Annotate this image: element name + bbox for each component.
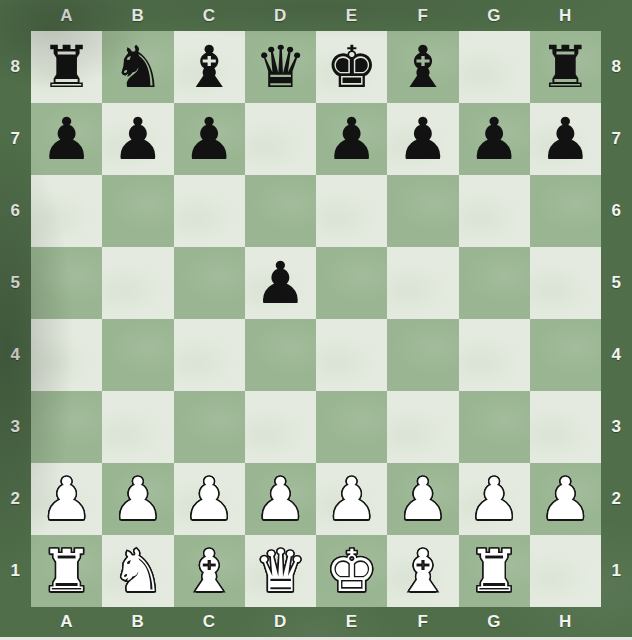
square-g4[interactable]	[459, 319, 530, 391]
file-label-h: H	[530, 607, 601, 637]
black-rook[interactable]: ♜	[530, 31, 601, 103]
rank-labels-left: 87654321	[0, 31, 31, 607]
square-e8[interactable]: ♚	[316, 31, 387, 103]
white-knight[interactable]: ♞	[102, 535, 173, 607]
square-e4[interactable]	[316, 319, 387, 391]
file-label-g: G	[459, 0, 530, 31]
file-label-a: A	[31, 0, 102, 31]
white-rook[interactable]: ♜	[31, 535, 102, 607]
rank-label-3: 3	[601, 391, 632, 463]
rank-label-4: 4	[0, 319, 31, 391]
black-pawn[interactable]: ♟	[102, 103, 173, 175]
white-pawn[interactable]: ♟	[174, 463, 245, 535]
square-d1[interactable]: ♛	[245, 535, 316, 607]
black-pawn[interactable]: ♟	[459, 103, 530, 175]
black-knight[interactable]: ♞	[102, 31, 173, 103]
black-pawn[interactable]: ♟	[316, 103, 387, 175]
square-b6[interactable]	[102, 175, 173, 247]
black-queen[interactable]: ♛	[245, 31, 316, 103]
square-d5[interactable]: ♟	[245, 247, 316, 319]
square-b2[interactable]: ♟	[102, 463, 173, 535]
square-f5[interactable]	[387, 247, 458, 319]
file-label-g: G	[459, 607, 530, 637]
square-h8[interactable]: ♜	[530, 31, 601, 103]
square-b7[interactable]: ♟	[102, 103, 173, 175]
square-g1[interactable]: ♜	[459, 535, 530, 607]
black-rook[interactable]: ♜	[31, 31, 102, 103]
square-h3[interactable]	[530, 391, 601, 463]
square-d7[interactable]	[245, 103, 316, 175]
white-pawn[interactable]: ♟	[316, 463, 387, 535]
square-f2[interactable]: ♟	[387, 463, 458, 535]
square-a5[interactable]	[31, 247, 102, 319]
square-d4[interactable]	[245, 319, 316, 391]
rank-label-7: 7	[601, 103, 632, 175]
square-g8[interactable]	[459, 31, 530, 103]
square-g5[interactable]	[459, 247, 530, 319]
square-a2[interactable]: ♟	[31, 463, 102, 535]
file-label-e: E	[316, 0, 387, 31]
file-label-d: D	[245, 0, 316, 31]
square-a1[interactable]: ♜	[31, 535, 102, 607]
rank-label-6: 6	[0, 175, 31, 247]
rank-label-5: 5	[601, 247, 632, 319]
square-f8[interactable]: ♝	[387, 31, 458, 103]
rank-label-7: 7	[0, 103, 31, 175]
chess-board-frame: ABCDEFGH ABCDEFGH 87654321 87654321 ♜♞♝♛…	[0, 0, 632, 640]
square-c4[interactable]	[174, 319, 245, 391]
square-d2[interactable]: ♟	[245, 463, 316, 535]
rank-label-1: 1	[601, 535, 632, 607]
square-c1[interactable]: ♝	[174, 535, 245, 607]
rank-label-3: 3	[0, 391, 31, 463]
square-f4[interactable]	[387, 319, 458, 391]
file-labels-top: ABCDEFGH	[31, 0, 601, 31]
square-d6[interactable]	[245, 175, 316, 247]
white-queen[interactable]: ♛	[245, 535, 316, 607]
square-e5[interactable]	[316, 247, 387, 319]
square-h2[interactable]: ♟	[530, 463, 601, 535]
square-g7[interactable]: ♟	[459, 103, 530, 175]
square-a6[interactable]	[31, 175, 102, 247]
square-g3[interactable]	[459, 391, 530, 463]
square-b1[interactable]: ♞	[102, 535, 173, 607]
square-e7[interactable]: ♟	[316, 103, 387, 175]
file-label-h: H	[530, 0, 601, 31]
square-g6[interactable]	[459, 175, 530, 247]
file-label-f: F	[387, 607, 458, 637]
file-label-c: C	[174, 0, 245, 31]
white-pawn[interactable]: ♟	[530, 463, 601, 535]
white-pawn[interactable]: ♟	[31, 463, 102, 535]
file-label-f: F	[387, 0, 458, 31]
black-pawn[interactable]: ♟	[174, 103, 245, 175]
file-label-e: E	[316, 607, 387, 637]
black-pawn[interactable]: ♟	[387, 103, 458, 175]
square-c5[interactable]	[174, 247, 245, 319]
square-e3[interactable]	[316, 391, 387, 463]
square-e2[interactable]: ♟	[316, 463, 387, 535]
square-a4[interactable]	[31, 319, 102, 391]
square-h1[interactable]	[530, 535, 601, 607]
white-bishop[interactable]: ♝	[174, 535, 245, 607]
black-bishop[interactable]: ♝	[174, 31, 245, 103]
square-b3[interactable]	[102, 391, 173, 463]
rank-labels-right: 87654321	[601, 31, 632, 607]
square-a7[interactable]: ♟	[31, 103, 102, 175]
square-f6[interactable]	[387, 175, 458, 247]
rank-label-8: 8	[0, 31, 31, 103]
black-king[interactable]: ♚	[316, 31, 387, 103]
square-b5[interactable]	[102, 247, 173, 319]
file-labels-bottom: ABCDEFGH	[31, 607, 601, 637]
square-f3[interactable]	[387, 391, 458, 463]
black-bishop[interactable]: ♝	[387, 31, 458, 103]
square-e1[interactable]: ♚	[316, 535, 387, 607]
file-label-a: A	[31, 607, 102, 637]
black-pawn[interactable]: ♟	[245, 247, 316, 319]
white-pawn[interactable]: ♟	[102, 463, 173, 535]
square-f7[interactable]: ♟	[387, 103, 458, 175]
square-h7[interactable]: ♟	[530, 103, 601, 175]
chess-board: ♜♞♝♛♚♝♜♟♟♟♟♟♟♟♟♟♟♟♟♟♟♟♟♜♞♝♛♚♝♜	[31, 31, 601, 607]
white-king[interactable]: ♚	[316, 535, 387, 607]
rank-label-4: 4	[601, 319, 632, 391]
black-pawn[interactable]: ♟	[530, 103, 601, 175]
rank-label-1: 1	[0, 535, 31, 607]
square-c7[interactable]: ♟	[174, 103, 245, 175]
square-c3[interactable]	[174, 391, 245, 463]
square-c8[interactable]: ♝	[174, 31, 245, 103]
square-a3[interactable]	[31, 391, 102, 463]
white-pawn[interactable]: ♟	[245, 463, 316, 535]
black-pawn[interactable]: ♟	[31, 103, 102, 175]
white-pawn[interactable]: ♟	[387, 463, 458, 535]
file-label-b: B	[102, 0, 173, 31]
square-h6[interactable]	[530, 175, 601, 247]
white-pawn[interactable]: ♟	[459, 463, 530, 535]
square-e6[interactable]	[316, 175, 387, 247]
square-h5[interactable]	[530, 247, 601, 319]
square-d3[interactable]	[245, 391, 316, 463]
square-b4[interactable]	[102, 319, 173, 391]
white-bishop[interactable]: ♝	[387, 535, 458, 607]
white-rook[interactable]: ♜	[459, 535, 530, 607]
square-g2[interactable]: ♟	[459, 463, 530, 535]
square-b8[interactable]: ♞	[102, 31, 173, 103]
rank-label-8: 8	[601, 31, 632, 103]
rank-label-5: 5	[0, 247, 31, 319]
file-label-b: B	[102, 607, 173, 637]
rank-label-2: 2	[0, 463, 31, 535]
square-a8[interactable]: ♜	[31, 31, 102, 103]
square-d8[interactable]: ♛	[245, 31, 316, 103]
rank-label-2: 2	[601, 463, 632, 535]
file-label-d: D	[245, 607, 316, 637]
square-c6[interactable]	[174, 175, 245, 247]
file-label-c: C	[174, 607, 245, 637]
square-c2[interactable]: ♟	[174, 463, 245, 535]
rank-label-6: 6	[601, 175, 632, 247]
square-f1[interactable]: ♝	[387, 535, 458, 607]
square-h4[interactable]	[530, 319, 601, 391]
